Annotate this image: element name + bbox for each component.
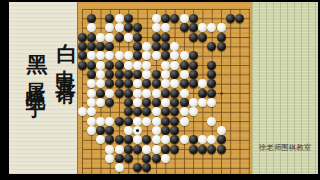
black-stone	[161, 89, 170, 98]
white-stone	[161, 61, 170, 70]
black-stone	[115, 117, 124, 126]
white-stone	[180, 51, 189, 60]
white-stone	[96, 70, 105, 79]
go-board	[77, 2, 253, 174]
white-stone	[152, 89, 161, 98]
hoshi-point	[220, 92, 223, 95]
white-stone	[180, 107, 189, 116]
black-stone	[217, 145, 226, 154]
black-stone	[133, 145, 142, 154]
white-stone	[96, 117, 105, 126]
black-stone	[115, 89, 124, 98]
white-stone	[124, 33, 133, 42]
white-player-name: 申真谞	[56, 54, 76, 75]
black-stone	[161, 33, 170, 42]
white-stone	[133, 61, 142, 70]
black-stone	[189, 70, 198, 79]
black-player-name: 屠晓宇	[26, 66, 46, 87]
white-stone	[189, 98, 198, 107]
white-stone	[87, 117, 96, 126]
black-stone	[217, 42, 226, 51]
white-stone	[96, 61, 105, 70]
black-stone	[198, 89, 207, 98]
letterbox-bottom	[0, 174, 320, 180]
black-stone	[170, 145, 179, 154]
white-stone	[96, 98, 105, 107]
black-stone	[198, 33, 207, 42]
white-stone	[152, 14, 161, 23]
black-stone	[124, 117, 133, 126]
black-stone	[78, 51, 87, 60]
black-stone	[152, 70, 161, 79]
black-stone	[87, 70, 96, 79]
black-stone	[115, 70, 124, 79]
black-stone	[217, 33, 226, 42]
black-stone	[124, 154, 133, 163]
white-stone	[105, 117, 114, 126]
black-stone	[161, 117, 170, 126]
white-stone	[217, 23, 226, 32]
black-stone	[180, 61, 189, 70]
white-stone	[124, 61, 133, 70]
white-stone	[115, 23, 124, 32]
white-stone	[87, 89, 96, 98]
white-stone	[78, 107, 87, 116]
black-stone	[124, 98, 133, 107]
white-stone	[152, 145, 161, 154]
white-stone	[152, 126, 161, 135]
white-stone	[180, 14, 189, 23]
white-stone	[152, 117, 161, 126]
white-stone	[180, 70, 189, 79]
black-stone	[189, 23, 198, 32]
black-stone	[152, 33, 161, 42]
white-stone	[87, 51, 96, 60]
white-stone	[115, 14, 124, 23]
black-stone	[87, 61, 96, 70]
black-stone	[115, 79, 124, 88]
black-stone	[78, 33, 87, 42]
player-info-panel: 白 申真谞 黑 屠晓宇	[9, 2, 77, 174]
black-stone	[87, 42, 96, 51]
watermark-text: 徐老师围棋教室	[253, 143, 317, 153]
black-stone	[189, 14, 198, 23]
black-stone	[124, 14, 133, 23]
white-stone	[217, 126, 226, 135]
black-stone	[115, 61, 124, 70]
black-stone	[180, 98, 189, 107]
black-stone	[133, 42, 142, 51]
black-stone	[161, 145, 170, 154]
white-stone	[87, 98, 96, 107]
black-stone	[226, 14, 235, 23]
black-stone	[189, 145, 198, 154]
black-stone	[78, 61, 87, 70]
video-frame: 白 申真谞 黑 屠晓宇 徐老师围棋教室	[0, 0, 320, 180]
black-stone	[180, 23, 189, 32]
white-stone	[180, 135, 189, 144]
white-stone	[152, 23, 161, 32]
white-stone	[161, 98, 170, 107]
letterbox-top	[0, 0, 320, 2]
white-stone	[115, 51, 124, 60]
black-stone	[170, 89, 179, 98]
black-stone	[161, 126, 170, 135]
black-stone	[170, 117, 179, 126]
white-stone	[105, 89, 114, 98]
black-stone	[161, 42, 170, 51]
black-stone	[87, 33, 96, 42]
black-stone	[124, 145, 133, 154]
white-stone	[133, 89, 142, 98]
black-stone	[115, 154, 124, 163]
black-stone	[198, 145, 207, 154]
black-stone	[124, 89, 133, 98]
white-stone	[96, 33, 105, 42]
white-stone	[124, 126, 133, 135]
black-stone	[152, 154, 161, 163]
black-stone	[180, 79, 189, 88]
black-stone	[133, 33, 142, 42]
white-stone	[180, 89, 189, 98]
black-stone	[152, 98, 161, 107]
last-move-marker	[136, 129, 139, 132]
white-stone	[161, 70, 170, 79]
black-stone	[87, 14, 96, 23]
white-stone	[133, 117, 142, 126]
black-stone	[124, 70, 133, 79]
black-stone	[105, 61, 114, 70]
white-stone	[152, 51, 161, 60]
white-stone	[115, 145, 124, 154]
white-stone	[180, 117, 189, 126]
letterbox-left	[0, 0, 9, 180]
black-stone	[152, 42, 161, 51]
black-stone	[96, 42, 105, 51]
black-stone	[78, 42, 87, 51]
black-stone	[115, 135, 124, 144]
black-stone	[207, 61, 216, 70]
white-stone	[170, 61, 179, 70]
black-stone	[115, 33, 124, 42]
black-stone	[161, 14, 170, 23]
black-stone	[152, 79, 161, 88]
black-stone	[96, 89, 105, 98]
white-stone	[87, 23, 96, 32]
white-stone	[105, 33, 114, 42]
black-stone	[189, 61, 198, 70]
white-stone	[87, 126, 96, 135]
black-stone	[189, 33, 198, 42]
